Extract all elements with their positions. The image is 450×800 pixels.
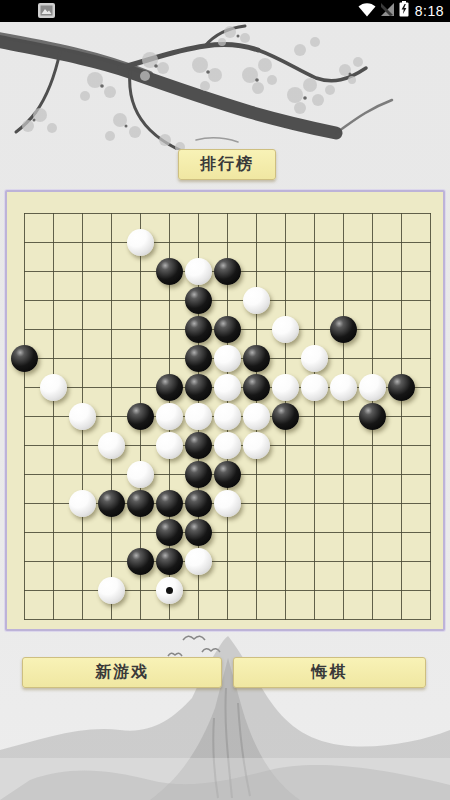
stone-white bbox=[214, 432, 241, 459]
stone-black bbox=[185, 374, 212, 401]
wifi-icon bbox=[358, 2, 376, 21]
stone-black bbox=[185, 316, 212, 343]
stone-black bbox=[214, 258, 241, 285]
stone-black bbox=[156, 490, 183, 517]
stone-white bbox=[359, 374, 386, 401]
undo-button[interactable]: 悔棋 bbox=[233, 657, 426, 688]
stone-black bbox=[359, 403, 386, 430]
stone-white bbox=[214, 374, 241, 401]
last-move-marker bbox=[166, 587, 173, 594]
stone-black bbox=[272, 403, 299, 430]
new-game-button[interactable]: 新游戏 bbox=[22, 657, 222, 688]
stone-white bbox=[214, 403, 241, 430]
stone-white bbox=[69, 403, 96, 430]
stone-black bbox=[156, 258, 183, 285]
stone-white bbox=[243, 432, 270, 459]
stone-black bbox=[243, 374, 270, 401]
stone-white bbox=[214, 345, 241, 372]
stone-black bbox=[11, 345, 38, 372]
stone-black bbox=[214, 461, 241, 488]
stone-black bbox=[185, 287, 212, 314]
stone-black bbox=[185, 432, 212, 459]
stone-white bbox=[156, 403, 183, 430]
stone-black bbox=[127, 403, 154, 430]
screenshot-notification-icon[interactable] bbox=[38, 3, 55, 22]
no-signal-icon bbox=[380, 2, 395, 21]
stone-white bbox=[156, 577, 183, 604]
stone-black bbox=[127, 548, 154, 575]
gomoku-board[interactable] bbox=[5, 190, 445, 631]
plum-branch-decoration bbox=[0, 20, 450, 150]
stone-white bbox=[127, 461, 154, 488]
stone-white bbox=[301, 345, 328, 372]
stone-black bbox=[156, 374, 183, 401]
board-grid[interactable] bbox=[24, 213, 431, 620]
stone-white bbox=[272, 316, 299, 343]
mountain-landscape-decoration bbox=[0, 628, 450, 800]
stone-white bbox=[185, 403, 212, 430]
stone-white bbox=[127, 229, 154, 256]
leaderboard-button[interactable]: 排行榜 bbox=[178, 149, 276, 180]
stone-white bbox=[272, 374, 299, 401]
stone-black bbox=[127, 490, 154, 517]
stone-white bbox=[185, 258, 212, 285]
stone-white bbox=[98, 577, 125, 604]
stone-black bbox=[98, 490, 125, 517]
clock-time: 8:18 bbox=[413, 3, 444, 19]
stone-black bbox=[185, 490, 212, 517]
bird bbox=[183, 636, 205, 640]
stone-black bbox=[185, 519, 212, 546]
app-screen: 8:18 bbox=[0, 0, 450, 800]
stone-black bbox=[185, 345, 212, 372]
stone-black bbox=[330, 316, 357, 343]
stone-white bbox=[156, 432, 183, 459]
stone-white bbox=[301, 374, 328, 401]
stone-white bbox=[98, 432, 125, 459]
stone-black bbox=[156, 519, 183, 546]
status-bar: 8:18 bbox=[0, 0, 450, 22]
stone-black bbox=[243, 345, 270, 372]
stone-white bbox=[40, 374, 67, 401]
stone-black bbox=[388, 374, 415, 401]
stone-white bbox=[185, 548, 212, 575]
stone-white bbox=[330, 374, 357, 401]
stone-white bbox=[214, 490, 241, 517]
stone-black bbox=[156, 548, 183, 575]
stone-white bbox=[243, 403, 270, 430]
stone-black bbox=[214, 316, 241, 343]
stone-white bbox=[243, 287, 270, 314]
stone-black bbox=[185, 461, 212, 488]
battery-charging-icon bbox=[399, 1, 409, 21]
stone-white bbox=[69, 490, 96, 517]
